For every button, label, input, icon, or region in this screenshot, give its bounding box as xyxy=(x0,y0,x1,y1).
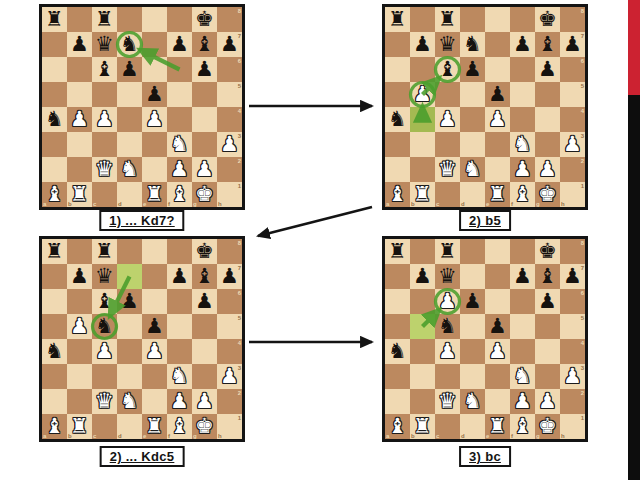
white-knight-f3: ♞ xyxy=(510,364,535,389)
move-caption-1-text: 1) ... Kd7? xyxy=(109,213,174,228)
square-b8 xyxy=(410,7,435,32)
square-d7 xyxy=(460,264,485,289)
rank-label-1: 1 xyxy=(238,183,241,189)
black-rook-a8: ♜ xyxy=(42,7,67,32)
black-pawn-e5: ♟ xyxy=(142,82,167,107)
file-label-e: e xyxy=(486,433,489,439)
square-c6: ♝ xyxy=(435,57,460,82)
square-d4 xyxy=(460,339,485,364)
square-c2: ♛ xyxy=(435,157,460,182)
square-d2: ♞ xyxy=(117,157,142,182)
square-f8 xyxy=(167,239,192,264)
square-e7 xyxy=(142,32,167,57)
file-label-g: g xyxy=(193,201,197,207)
square-c4: ♟ xyxy=(92,107,117,132)
square-h1: 1h xyxy=(560,182,585,207)
black-pawn-g6: ♟ xyxy=(535,57,560,82)
square-a4: ♞ xyxy=(42,107,67,132)
square-g4 xyxy=(192,339,217,364)
square-g8: ♚ xyxy=(192,7,217,32)
white-knight-d2: ♞ xyxy=(117,389,142,414)
move-caption-3-text: 2) ... Kdc5 xyxy=(110,449,175,464)
square-h5: 5 xyxy=(560,82,585,107)
square-d5 xyxy=(460,82,485,107)
square-a7 xyxy=(385,32,410,57)
white-pawn-f2: ♟ xyxy=(510,389,535,414)
square-c6: ♝ xyxy=(92,57,117,82)
white-pawn-c4: ♟ xyxy=(435,339,460,364)
square-d3 xyxy=(460,364,485,389)
square-g2: ♟ xyxy=(192,157,217,182)
square-d8 xyxy=(117,239,142,264)
board-4-squares: ♜♜♚8♟♛♟♝♟7♟♟♟6♞♟5♞♟♟4♞♟3♛♞♟♟2♝a♜bcd♜e♝f♚… xyxy=(385,239,585,439)
square-d2: ♞ xyxy=(117,389,142,414)
white-pawn-g2: ♟ xyxy=(535,389,560,414)
rank-label-8: 8 xyxy=(238,8,241,14)
black-knight-a4: ♞ xyxy=(385,107,410,132)
file-label-h: h xyxy=(218,201,222,207)
black-queen-c7: ♛ xyxy=(92,32,117,57)
black-pawn-f7: ♟ xyxy=(510,32,535,57)
square-a3 xyxy=(42,132,67,157)
black-pawn-g6: ♟ xyxy=(192,289,217,314)
white-pawn-g2: ♟ xyxy=(535,157,560,182)
file-label-d: d xyxy=(461,201,465,207)
square-e3 xyxy=(485,364,510,389)
white-queen-c2: ♛ xyxy=(435,157,460,182)
square-a4: ♞ xyxy=(385,339,410,364)
black-rook-c8: ♜ xyxy=(92,7,117,32)
square-f3: ♞ xyxy=(510,132,535,157)
square-c1: c xyxy=(435,414,460,439)
square-f6 xyxy=(167,57,192,82)
black-knight-a4: ♞ xyxy=(385,339,410,364)
white-knight-f3: ♞ xyxy=(167,364,192,389)
square-e1: ♜e xyxy=(485,182,510,207)
square-e7 xyxy=(142,264,167,289)
square-h6: 6 xyxy=(217,289,242,314)
square-f6 xyxy=(510,57,535,82)
chessboard-1: ♜♜♚8♟♛♞♟♝♟7♝♟♟6♟5♞♟♟♟4♞♟3♛♞♟♟2♝a♜bcd♜e♝f… xyxy=(39,4,245,210)
square-d8 xyxy=(460,7,485,32)
square-c7: ♛ xyxy=(435,32,460,57)
square-e4: ♟ xyxy=(485,339,510,364)
file-label-c: c xyxy=(436,201,439,207)
square-f5 xyxy=(510,82,535,107)
black-pawn-f7: ♟ xyxy=(167,32,192,57)
square-b1: ♜b xyxy=(67,182,92,207)
square-c8: ♜ xyxy=(92,239,117,264)
square-e7 xyxy=(485,32,510,57)
square-a1: ♝a xyxy=(42,414,67,439)
square-c5: ♞ xyxy=(92,314,117,339)
square-b5: ♟ xyxy=(67,314,92,339)
square-b1: ♜b xyxy=(410,182,435,207)
square-h5: 5 xyxy=(217,82,242,107)
rank-label-8: 8 xyxy=(581,8,584,14)
square-g2: ♟ xyxy=(535,389,560,414)
rank-label-3: 3 xyxy=(238,133,241,139)
square-f7: ♟ xyxy=(510,32,535,57)
rank-label-6: 6 xyxy=(581,290,584,296)
square-a4: ♞ xyxy=(385,107,410,132)
square-d1: d xyxy=(460,414,485,439)
square-h1: 1h xyxy=(217,414,242,439)
black-rook-c8: ♜ xyxy=(92,239,117,264)
square-d7: ♞ xyxy=(460,32,485,57)
white-pawn-e4: ♟ xyxy=(142,107,167,132)
square-h5: 5 xyxy=(217,314,242,339)
square-c8: ♜ xyxy=(435,7,460,32)
square-c3 xyxy=(92,364,117,389)
square-e3 xyxy=(142,364,167,389)
square-h8: 8 xyxy=(560,7,585,32)
square-d3 xyxy=(117,364,142,389)
square-d3 xyxy=(460,132,485,157)
square-c6: ♟ xyxy=(435,289,460,314)
black-pawn-b7: ♟ xyxy=(410,32,435,57)
black-king-g8: ♚ xyxy=(192,7,217,32)
square-d7 xyxy=(117,264,142,289)
square-h2: 2 xyxy=(560,389,585,414)
square-d8 xyxy=(117,7,142,32)
white-pawn-b5: ♟ xyxy=(410,82,435,107)
square-c5: ♞ xyxy=(435,314,460,339)
white-pawn-g2: ♟ xyxy=(192,389,217,414)
square-d5 xyxy=(117,82,142,107)
black-bishop-c6: ♝ xyxy=(92,289,117,314)
square-e6 xyxy=(485,57,510,82)
rank-label-3: 3 xyxy=(581,133,584,139)
square-h7: ♟7 xyxy=(217,264,242,289)
black-rook-a8: ♜ xyxy=(385,239,410,264)
white-pawn-e4: ♟ xyxy=(485,339,510,364)
square-a2 xyxy=(385,389,410,414)
square-c6: ♝ xyxy=(92,289,117,314)
square-h3: ♟3 xyxy=(217,132,242,157)
square-a5 xyxy=(385,82,410,107)
square-c2: ♛ xyxy=(92,389,117,414)
square-g6: ♟ xyxy=(192,57,217,82)
square-g6: ♟ xyxy=(535,289,560,314)
square-b1: ♜b xyxy=(67,414,92,439)
file-label-c: c xyxy=(93,201,96,207)
square-f7: ♟ xyxy=(167,32,192,57)
square-f8 xyxy=(510,239,535,264)
move-caption-2: 2) b5 xyxy=(459,210,511,231)
board-2-squares: ♜♜♚8♟♛♞♟♝♟7♝♟♟6♟♟5♞♟♟4♞♟3♛♞♟♟2♝a♜bcd♜e♝f… xyxy=(385,7,585,207)
square-b8 xyxy=(410,239,435,264)
white-pawn-f2: ♟ xyxy=(167,389,192,414)
square-f7: ♟ xyxy=(510,264,535,289)
square-b3 xyxy=(410,132,435,157)
square-d5 xyxy=(460,314,485,339)
square-f3: ♞ xyxy=(167,364,192,389)
move-caption-3: 2) ... Kdc5 xyxy=(100,446,185,467)
white-pawn-f2: ♟ xyxy=(167,157,192,182)
square-f4 xyxy=(510,107,535,132)
square-c4: ♟ xyxy=(435,107,460,132)
rank-label-7: 7 xyxy=(238,265,241,271)
file-label-f: f xyxy=(511,201,513,207)
square-g4 xyxy=(192,107,217,132)
white-queen-c2: ♛ xyxy=(92,157,117,182)
black-bishop-c6: ♝ xyxy=(92,57,117,82)
square-a6 xyxy=(42,57,67,82)
square-f5 xyxy=(167,314,192,339)
square-b8 xyxy=(67,239,92,264)
file-label-d: d xyxy=(118,201,122,207)
rank-label-4: 4 xyxy=(238,340,241,346)
rank-label-7: 7 xyxy=(581,33,584,39)
square-d6: ♟ xyxy=(460,289,485,314)
square-a4: ♞ xyxy=(42,339,67,364)
square-h7: ♟7 xyxy=(217,32,242,57)
rank-label-7: 7 xyxy=(581,265,584,271)
square-a8: ♜ xyxy=(385,239,410,264)
square-c1: c xyxy=(92,414,117,439)
black-pawn-f7: ♟ xyxy=(167,264,192,289)
square-c5 xyxy=(92,82,117,107)
square-f3: ♞ xyxy=(510,364,535,389)
square-e8 xyxy=(485,239,510,264)
square-c4: ♟ xyxy=(435,339,460,364)
rank-label-8: 8 xyxy=(581,240,584,246)
board-3-squares: ♜♜♚8♟♛♟♝♟7♝♟♟6♟♞♟5♞♟♟4♞♟3♛♞♟♟2♝a♜bcd♜e♝f… xyxy=(42,239,242,439)
square-g8: ♚ xyxy=(535,7,560,32)
square-b5: ♟ xyxy=(410,82,435,107)
file-label-a: a xyxy=(386,201,389,207)
white-pawn-b5: ♟ xyxy=(67,314,92,339)
square-h2: 2 xyxy=(217,157,242,182)
square-f1: ♝f xyxy=(510,414,535,439)
square-c7: ♛ xyxy=(92,32,117,57)
file-label-e: e xyxy=(486,201,489,207)
square-e6 xyxy=(142,57,167,82)
file-label-h: h xyxy=(218,433,222,439)
file-label-b: b xyxy=(68,433,72,439)
black-knight-a4: ♞ xyxy=(42,339,67,364)
square-a3 xyxy=(42,364,67,389)
square-h2: 2 xyxy=(560,157,585,182)
move-caption-1: 1) ... Kd7? xyxy=(99,210,184,231)
square-e5: ♟ xyxy=(485,314,510,339)
move-caption-2-text: 2) b5 xyxy=(469,213,501,228)
file-label-g: g xyxy=(536,201,540,207)
square-b2 xyxy=(410,157,435,182)
square-c7: ♛ xyxy=(92,264,117,289)
square-e1: ♜e xyxy=(142,182,167,207)
black-queen-c7: ♛ xyxy=(92,264,117,289)
square-b6 xyxy=(410,289,435,314)
black-bishop-g7: ♝ xyxy=(192,32,217,57)
square-g7: ♝ xyxy=(192,264,217,289)
black-knight-d7: ♞ xyxy=(460,32,485,57)
square-b3 xyxy=(67,364,92,389)
square-c3 xyxy=(435,364,460,389)
square-e3 xyxy=(142,132,167,157)
file-label-d: d xyxy=(461,433,465,439)
square-f6 xyxy=(167,289,192,314)
square-a8: ♜ xyxy=(42,7,67,32)
square-e7 xyxy=(485,264,510,289)
black-knight-c5: ♞ xyxy=(92,314,117,339)
file-label-e: e xyxy=(143,433,146,439)
black-pawn-d6: ♟ xyxy=(460,289,485,314)
square-f8 xyxy=(510,7,535,32)
black-queen-c7: ♛ xyxy=(435,264,460,289)
rank-label-6: 6 xyxy=(581,58,584,64)
square-g7: ♝ xyxy=(535,264,560,289)
move-caption-4: 3) bc xyxy=(459,446,511,467)
square-g6: ♟ xyxy=(535,57,560,82)
square-e6 xyxy=(485,289,510,314)
square-f1: ♝f xyxy=(510,182,535,207)
rank-label-4: 4 xyxy=(581,108,584,114)
black-bishop-g7: ♝ xyxy=(535,264,560,289)
square-h3: ♟3 xyxy=(560,364,585,389)
square-b7: ♟ xyxy=(67,32,92,57)
square-a6 xyxy=(385,289,410,314)
square-a7 xyxy=(42,264,67,289)
square-f2: ♟ xyxy=(167,389,192,414)
white-pawn-c4: ♟ xyxy=(435,107,460,132)
square-h4: 4 xyxy=(560,107,585,132)
square-b7: ♟ xyxy=(67,264,92,289)
file-label-g: g xyxy=(193,433,197,439)
file-label-b: b xyxy=(411,201,415,207)
square-f1: ♝f xyxy=(167,182,192,207)
square-g1: ♚g xyxy=(535,182,560,207)
square-e1: ♜e xyxy=(485,414,510,439)
rank-label-1: 1 xyxy=(238,415,241,421)
white-knight-d2: ♞ xyxy=(117,157,142,182)
square-h1: 1h xyxy=(217,182,242,207)
file-label-b: b xyxy=(68,201,72,207)
square-d6: ♟ xyxy=(117,57,142,82)
white-queen-c2: ♛ xyxy=(92,389,117,414)
square-d2: ♞ xyxy=(460,157,485,182)
square-b4 xyxy=(410,339,435,364)
black-rook-a8: ♜ xyxy=(42,239,67,264)
square-e2 xyxy=(142,157,167,182)
rank-label-4: 4 xyxy=(238,108,241,114)
black-pawn-f7: ♟ xyxy=(510,264,535,289)
square-h3: ♟3 xyxy=(217,364,242,389)
square-g5 xyxy=(192,82,217,107)
white-pawn-b4: ♟ xyxy=(67,107,92,132)
square-b3 xyxy=(410,364,435,389)
board-1-squares: ♜♜♚8♟♛♞♟♝♟7♝♟♟6♟5♞♟♟♟4♞♟3♛♞♟♟2♝a♜bcd♜e♝f… xyxy=(42,7,242,207)
black-pawn-b7: ♟ xyxy=(67,32,92,57)
square-g1: ♚g xyxy=(192,182,217,207)
black-rook-c8: ♜ xyxy=(435,7,460,32)
black-bishop-g7: ♝ xyxy=(192,264,217,289)
square-h1: 1h xyxy=(560,414,585,439)
square-h6: 6 xyxy=(560,289,585,314)
square-c3 xyxy=(435,132,460,157)
square-e4: ♟ xyxy=(485,107,510,132)
square-b2 xyxy=(67,157,92,182)
square-f4 xyxy=(167,107,192,132)
black-accent-bar xyxy=(628,95,640,480)
rank-label-5: 5 xyxy=(238,315,241,321)
black-pawn-d6: ♟ xyxy=(117,289,142,314)
white-knight-d2: ♞ xyxy=(460,389,485,414)
square-g3 xyxy=(192,132,217,157)
rank-label-5: 5 xyxy=(581,83,584,89)
square-g7: ♝ xyxy=(535,32,560,57)
square-e1: ♜e xyxy=(142,414,167,439)
square-a6 xyxy=(385,57,410,82)
square-b2 xyxy=(67,389,92,414)
square-e4: ♟ xyxy=(142,339,167,364)
square-f7: ♟ xyxy=(167,264,192,289)
square-a2 xyxy=(385,157,410,182)
square-c3 xyxy=(92,132,117,157)
square-g1: ♚g xyxy=(535,414,560,439)
square-h5: 5 xyxy=(560,314,585,339)
square-e3 xyxy=(485,132,510,157)
square-h4: 4 xyxy=(217,107,242,132)
white-bishop-f1: ♝ xyxy=(167,414,192,439)
square-h3: ♟3 xyxy=(560,132,585,157)
file-label-a: a xyxy=(386,433,389,439)
square-d4 xyxy=(117,339,142,364)
square-f6 xyxy=(510,289,535,314)
file-label-g: g xyxy=(536,433,540,439)
rank-label-1: 1 xyxy=(581,415,584,421)
square-h6: 6 xyxy=(560,57,585,82)
square-a5 xyxy=(385,314,410,339)
white-bishop-f1: ♝ xyxy=(510,414,535,439)
square-g8: ♚ xyxy=(535,239,560,264)
square-h8: 8 xyxy=(217,239,242,264)
square-g4 xyxy=(535,339,560,364)
file-label-f: f xyxy=(168,201,170,207)
square-e2 xyxy=(485,157,510,182)
square-a6 xyxy=(42,289,67,314)
move-caption-4-text: 3) bc xyxy=(469,449,501,464)
square-a3 xyxy=(385,132,410,157)
square-e5: ♟ xyxy=(142,314,167,339)
square-f2: ♟ xyxy=(167,157,192,182)
file-label-h: h xyxy=(561,201,565,207)
black-pawn-e5: ♟ xyxy=(142,314,167,339)
file-label-a: a xyxy=(43,201,46,207)
square-a3 xyxy=(385,364,410,389)
square-d6: ♟ xyxy=(460,57,485,82)
rank-label-7: 7 xyxy=(238,33,241,39)
square-g2: ♟ xyxy=(192,389,217,414)
square-f4 xyxy=(510,339,535,364)
square-b5 xyxy=(67,82,92,107)
black-knight-d7: ♞ xyxy=(117,32,142,57)
rank-label-6: 6 xyxy=(238,290,241,296)
square-b8 xyxy=(67,7,92,32)
square-a1: ♝a xyxy=(385,414,410,439)
square-g2: ♟ xyxy=(535,157,560,182)
square-c7: ♛ xyxy=(435,264,460,289)
square-d4 xyxy=(460,107,485,132)
black-pawn-g6: ♟ xyxy=(535,289,560,314)
square-a8: ♜ xyxy=(42,239,67,264)
black-pawn-d6: ♟ xyxy=(460,57,485,82)
rank-label-5: 5 xyxy=(238,83,241,89)
file-label-e: e xyxy=(143,201,146,207)
file-label-f: f xyxy=(168,433,170,439)
square-d1: d xyxy=(460,182,485,207)
